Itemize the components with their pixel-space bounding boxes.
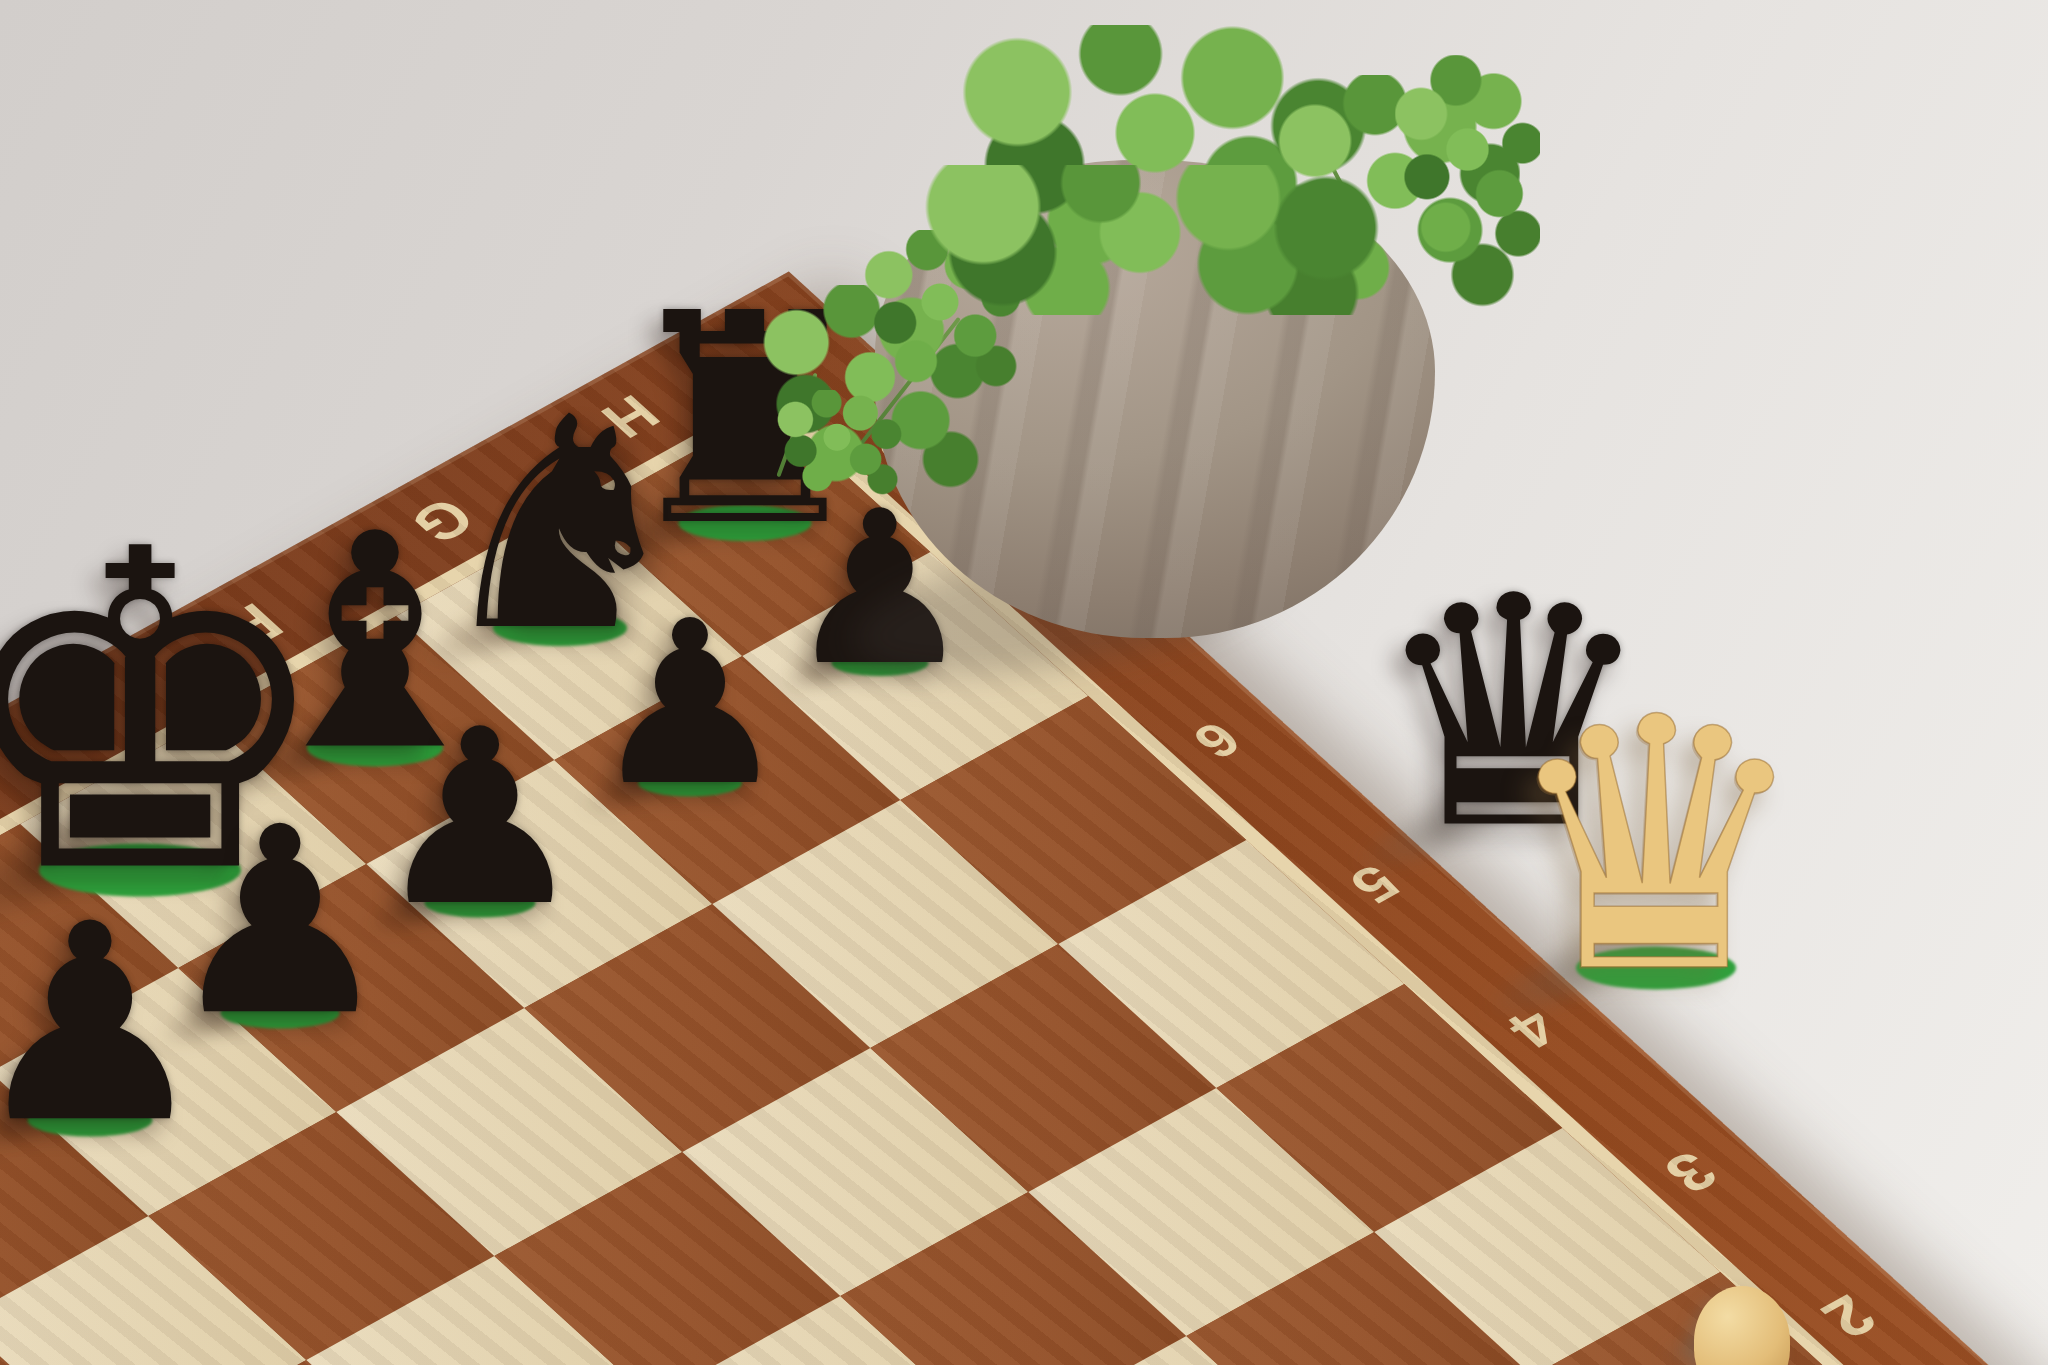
rank-label-2: 2 [1810, 1286, 1889, 1347]
white-queen-offboard[interactable]: ♛ [1500, 673, 1812, 1021]
black-pawn-g7[interactable]: ♟ [589, 591, 792, 817]
plant-foliage-cluster [895, 165, 1385, 315]
photo-canvas: F G H 8 6 5 4 3 2 ♜ ♞ ♟ ♝ ♟ ♚ ♟ ♟ ♟ [0, 0, 2048, 1365]
rank-label-3: 3 [1653, 1143, 1729, 1202]
black-pawn-d7[interactable]: ♟ [0, 888, 212, 1160]
rank-label-6: 6 [1183, 714, 1251, 766]
plant-foliage-cluster [1395, 55, 1540, 265]
black-pawn-f7[interactable]: ♟ [372, 697, 589, 939]
plant-foliage-cluster [772, 390, 902, 495]
